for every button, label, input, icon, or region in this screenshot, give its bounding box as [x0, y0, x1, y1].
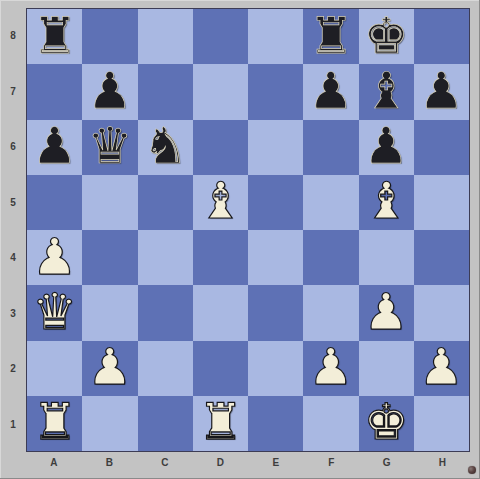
square-f3[interactable] — [303, 285, 358, 340]
square-h8[interactable] — [414, 9, 469, 64]
square-d8[interactable] — [193, 9, 248, 64]
white-bishop-g5[interactable]: ♝ — [364, 176, 409, 226]
square-d3[interactable] — [193, 285, 248, 340]
square-f7[interactable]: ♟ — [303, 64, 358, 119]
square-d2[interactable] — [193, 341, 248, 396]
rank-label-3: 3 — [0, 286, 26, 342]
square-c3[interactable] — [138, 285, 193, 340]
square-f4[interactable] — [303, 230, 358, 285]
corner-grip-dot — [468, 466, 476, 474]
square-c7[interactable] — [138, 64, 193, 119]
white-pawn-a4[interactable]: ♟ — [32, 232, 77, 282]
square-g4[interactable] — [359, 230, 414, 285]
square-a6[interactable]: ♟ — [27, 120, 82, 175]
square-d6[interactable] — [193, 120, 248, 175]
rank-label-8: 8 — [0, 8, 26, 64]
rank-label-2: 2 — [0, 341, 26, 397]
square-h7[interactable]: ♟ — [414, 64, 469, 119]
square-e7[interactable] — [248, 64, 303, 119]
square-g1[interactable]: ♚ — [359, 396, 414, 451]
black-king-g8[interactable]: ♚ — [364, 11, 409, 61]
file-label-h: H — [415, 450, 471, 474]
square-h5[interactable] — [414, 175, 469, 230]
square-a5[interactable] — [27, 175, 82, 230]
rank-labels: 87654321 — [0, 8, 26, 452]
square-c5[interactable] — [138, 175, 193, 230]
file-label-d: D — [193, 450, 249, 474]
square-d4[interactable] — [193, 230, 248, 285]
file-label-c: C — [137, 450, 193, 474]
file-label-b: B — [82, 450, 138, 474]
white-king-g1[interactable]: ♚ — [364, 397, 409, 447]
square-b5[interactable] — [82, 175, 137, 230]
file-label-e: E — [248, 450, 304, 474]
square-c4[interactable] — [138, 230, 193, 285]
black-queen-b6[interactable]: ♛ — [87, 121, 132, 171]
chess-board-window: 87654321 ♜♜♚♟♟♝♟♟♛♞♟♝♝♟♛♟♟♟♟♜♜♚ ABCDEFGH — [0, 0, 480, 479]
white-rook-a1[interactable]: ♜ — [32, 397, 77, 447]
white-pawn-g3[interactable]: ♟ — [364, 287, 409, 337]
square-g8[interactable]: ♚ — [359, 9, 414, 64]
square-f5[interactable] — [303, 175, 358, 230]
square-b2[interactable]: ♟ — [82, 341, 137, 396]
square-h1[interactable] — [414, 396, 469, 451]
white-bishop-d5[interactable]: ♝ — [198, 176, 243, 226]
white-pawn-h2[interactable]: ♟ — [419, 342, 464, 392]
square-a8[interactable]: ♜ — [27, 9, 82, 64]
square-f2[interactable]: ♟ — [303, 341, 358, 396]
square-e3[interactable] — [248, 285, 303, 340]
white-queen-a3[interactable]: ♛ — [32, 287, 77, 337]
square-g3[interactable]: ♟ — [359, 285, 414, 340]
white-rook-d1[interactable]: ♜ — [198, 397, 243, 447]
square-f1[interactable] — [303, 396, 358, 451]
square-a1[interactable]: ♜ — [27, 396, 82, 451]
file-labels: ABCDEFGH — [26, 450, 470, 474]
square-e1[interactable] — [248, 396, 303, 451]
square-f6[interactable] — [303, 120, 358, 175]
square-e5[interactable] — [248, 175, 303, 230]
black-rook-a8[interactable]: ♜ — [32, 11, 77, 61]
black-pawn-b7[interactable]: ♟ — [87, 66, 132, 116]
rank-label-1: 1 — [0, 397, 26, 453]
file-label-f: F — [304, 450, 360, 474]
square-e4[interactable] — [248, 230, 303, 285]
square-e6[interactable] — [248, 120, 303, 175]
square-g7[interactable]: ♝ — [359, 64, 414, 119]
square-e2[interactable] — [248, 341, 303, 396]
square-g6[interactable]: ♟ — [359, 120, 414, 175]
file-label-g: G — [359, 450, 415, 474]
square-e8[interactable] — [248, 9, 303, 64]
square-h3[interactable] — [414, 285, 469, 340]
square-d1[interactable]: ♜ — [193, 396, 248, 451]
rank-label-6: 6 — [0, 119, 26, 175]
square-d7[interactable] — [193, 64, 248, 119]
white-pawn-f2[interactable]: ♟ — [308, 342, 353, 392]
square-b6[interactable]: ♛ — [82, 120, 137, 175]
black-bishop-g7[interactable]: ♝ — [364, 66, 409, 116]
square-g2[interactable] — [359, 341, 414, 396]
rank-label-5: 5 — [0, 175, 26, 231]
square-f8[interactable]: ♜ — [303, 9, 358, 64]
square-h4[interactable] — [414, 230, 469, 285]
square-a7[interactable] — [27, 64, 82, 119]
white-pawn-b2[interactable]: ♟ — [87, 342, 132, 392]
square-g5[interactable]: ♝ — [359, 175, 414, 230]
square-b8[interactable] — [82, 9, 137, 64]
black-pawn-a6[interactable]: ♟ — [32, 121, 77, 171]
rank-label-4: 4 — [0, 230, 26, 286]
square-c2[interactable] — [138, 341, 193, 396]
square-b4[interactable] — [82, 230, 137, 285]
square-c1[interactable] — [138, 396, 193, 451]
file-label-a: A — [26, 450, 82, 474]
black-pawn-g6[interactable]: ♟ — [364, 121, 409, 171]
black-pawn-h7[interactable]: ♟ — [419, 66, 464, 116]
square-a3[interactable]: ♛ — [27, 285, 82, 340]
square-h2[interactable]: ♟ — [414, 341, 469, 396]
square-c6[interactable]: ♞ — [138, 120, 193, 175]
square-h6[interactable] — [414, 120, 469, 175]
black-pawn-f7[interactable]: ♟ — [308, 66, 353, 116]
black-knight-c6[interactable]: ♞ — [143, 121, 188, 171]
square-d5[interactable]: ♝ — [193, 175, 248, 230]
square-a4[interactable]: ♟ — [27, 230, 82, 285]
square-b7[interactable]: ♟ — [82, 64, 137, 119]
square-c8[interactable] — [138, 9, 193, 64]
chess-board: ♜♜♚♟♟♝♟♟♛♞♟♝♝♟♛♟♟♟♟♜♜♚ — [26, 8, 470, 452]
rank-label-7: 7 — [0, 64, 26, 120]
square-b1[interactable] — [82, 396, 137, 451]
black-rook-f8[interactable]: ♜ — [308, 11, 353, 61]
square-b3[interactable] — [82, 285, 137, 340]
square-a2[interactable] — [27, 341, 82, 396]
